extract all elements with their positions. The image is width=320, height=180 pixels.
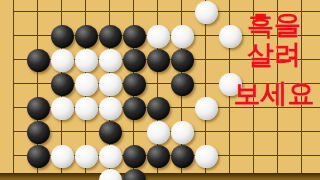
white-stone-c3-r3[interactable] xyxy=(75,73,98,96)
board-bottom-edge xyxy=(0,173,320,180)
black-stone-c1-r2[interactable] xyxy=(27,49,50,72)
white-stone-c2-r6[interactable] xyxy=(51,145,74,168)
white-stone-c2-r2[interactable] xyxy=(51,49,74,72)
white-stone-c3-r2[interactable] xyxy=(75,49,98,72)
white-stone-c6-r1[interactable] xyxy=(147,25,170,48)
black-stone-c7-r2[interactable] xyxy=(171,49,194,72)
black-stone-c1-r6[interactable] xyxy=(27,145,50,168)
caption-line-3: 보세요 xyxy=(234,79,315,109)
black-stone-c7-r3[interactable] xyxy=(171,73,194,96)
white-stone-c8-r6[interactable] xyxy=(195,145,218,168)
black-stone-c2-r3[interactable] xyxy=(51,73,74,96)
go-board-screen: 흑을 살려 보세요 xyxy=(0,0,320,180)
white-stone-c8-r0[interactable] xyxy=(195,1,218,24)
white-stone-c4-r3[interactable] xyxy=(99,73,122,96)
white-stone-c7-r1[interactable] xyxy=(171,25,194,48)
black-stone-c7-r6[interactable] xyxy=(171,145,194,168)
white-stone-c2-r4[interactable] xyxy=(51,97,74,120)
black-stone-c5-r4[interactable] xyxy=(123,97,146,120)
white-stone-c4-r2[interactable] xyxy=(99,49,122,72)
caption-line-1: 흑을 xyxy=(247,10,301,40)
black-stone-c4-r1[interactable] xyxy=(99,25,122,48)
white-stone-c4-r4[interactable] xyxy=(99,97,122,120)
white-stone-c3-r4[interactable] xyxy=(75,97,98,120)
problem-caption: 흑을 살려 보세요 xyxy=(230,10,318,109)
black-stone-c3-r1[interactable] xyxy=(75,25,98,48)
black-stone-c6-r2[interactable] xyxy=(147,49,170,72)
black-stone-c1-r4[interactable] xyxy=(27,97,50,120)
black-stone-c5-r2[interactable] xyxy=(123,49,146,72)
black-stone-c5-r1[interactable] xyxy=(123,25,146,48)
white-stone-c8-r4[interactable] xyxy=(195,97,218,120)
caption-line-2: 살려 xyxy=(247,40,301,70)
black-stone-c5-r6[interactable] xyxy=(123,145,146,168)
black-stone-c1-r5[interactable] xyxy=(27,121,50,144)
white-stone-c4-r6[interactable] xyxy=(99,145,122,168)
white-stone-c7-r5[interactable] xyxy=(171,121,194,144)
white-stone-c3-r6[interactable] xyxy=(75,145,98,168)
black-stone-c2-r1[interactable] xyxy=(51,25,74,48)
black-stone-c4-r5[interactable] xyxy=(99,121,122,144)
black-stone-c6-r4[interactable] xyxy=(147,97,170,120)
black-stone-c5-r3[interactable] xyxy=(123,73,146,96)
white-stone-c6-r5[interactable] xyxy=(147,121,170,144)
black-stone-c6-r6[interactable] xyxy=(147,145,170,168)
